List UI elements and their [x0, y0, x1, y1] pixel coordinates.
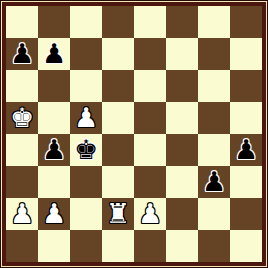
white-rook[interactable]: ♜: [106, 198, 130, 230]
black-pawn[interactable]: ♟: [42, 38, 66, 70]
square-b2[interactable]: ♟: [38, 198, 70, 230]
square-b4[interactable]: ♟: [38, 134, 70, 166]
square-a3[interactable]: [6, 166, 38, 198]
square-e3[interactable]: [134, 166, 166, 198]
square-f8[interactable]: [166, 6, 198, 38]
square-g6[interactable]: [198, 70, 230, 102]
square-g8[interactable]: [198, 6, 230, 38]
square-a1[interactable]: [6, 230, 38, 262]
black-pawn[interactable]: ♟: [42, 134, 66, 166]
square-e6[interactable]: [134, 70, 166, 102]
square-e4[interactable]: [134, 134, 166, 166]
square-c4[interactable]: ♚: [70, 134, 102, 166]
white-pawn[interactable]: ♟: [138, 198, 162, 230]
square-d4[interactable]: [102, 134, 134, 166]
square-h3[interactable]: [230, 166, 262, 198]
square-g4[interactable]: [198, 134, 230, 166]
square-a7[interactable]: ♟: [6, 38, 38, 70]
square-c5[interactable]: ♟: [70, 102, 102, 134]
square-h1[interactable]: [230, 230, 262, 262]
square-b1[interactable]: [38, 230, 70, 262]
black-pawn[interactable]: ♟: [202, 166, 226, 198]
square-d2[interactable]: ♜: [102, 198, 134, 230]
square-b5[interactable]: [38, 102, 70, 134]
square-e8[interactable]: [134, 6, 166, 38]
square-f7[interactable]: [166, 38, 198, 70]
square-c6[interactable]: [70, 70, 102, 102]
square-d8[interactable]: [102, 6, 134, 38]
square-d3[interactable]: [102, 166, 134, 198]
square-c8[interactable]: [70, 6, 102, 38]
white-pawn[interactable]: ♟: [74, 102, 98, 134]
white-king[interactable]: ♚: [10, 102, 34, 134]
black-pawn[interactable]: ♟: [10, 38, 34, 70]
square-c2[interactable]: [70, 198, 102, 230]
white-pawn[interactable]: ♟: [10, 198, 34, 230]
square-e5[interactable]: [134, 102, 166, 134]
square-g7[interactable]: [198, 38, 230, 70]
square-h4[interactable]: ♟: [230, 134, 262, 166]
square-c1[interactable]: [70, 230, 102, 262]
square-d1[interactable]: [102, 230, 134, 262]
square-g1[interactable]: [198, 230, 230, 262]
square-f4[interactable]: [166, 134, 198, 166]
square-b7[interactable]: ♟: [38, 38, 70, 70]
square-a5[interactable]: ♚: [6, 102, 38, 134]
square-e2[interactable]: ♟: [134, 198, 166, 230]
chess-board: ♟♟♚♟♟♚♟♟♟♟♜♟: [6, 6, 262, 262]
square-f3[interactable]: [166, 166, 198, 198]
black-pawn[interactable]: ♟: [234, 134, 258, 166]
square-f6[interactable]: [166, 70, 198, 102]
square-d5[interactable]: [102, 102, 134, 134]
square-b6[interactable]: [38, 70, 70, 102]
square-g5[interactable]: [198, 102, 230, 134]
square-f1[interactable]: [166, 230, 198, 262]
square-e1[interactable]: [134, 230, 166, 262]
square-a4[interactable]: [6, 134, 38, 166]
square-d6[interactable]: [102, 70, 134, 102]
square-a2[interactable]: ♟: [6, 198, 38, 230]
square-g3[interactable]: ♟: [198, 166, 230, 198]
square-h2[interactable]: [230, 198, 262, 230]
square-c7[interactable]: [70, 38, 102, 70]
square-h5[interactable]: [230, 102, 262, 134]
square-h6[interactable]: [230, 70, 262, 102]
black-king[interactable]: ♚: [74, 134, 98, 166]
square-g2[interactable]: [198, 198, 230, 230]
square-f2[interactable]: [166, 198, 198, 230]
white-pawn[interactable]: ♟: [42, 198, 66, 230]
chess-board-frame: ♟♟♚♟♟♚♟♟♟♟♜♟: [0, 0, 268, 268]
square-f5[interactable]: [166, 102, 198, 134]
square-b3[interactable]: [38, 166, 70, 198]
square-a8[interactable]: [6, 6, 38, 38]
square-c3[interactable]: [70, 166, 102, 198]
square-h7[interactable]: [230, 38, 262, 70]
square-d7[interactable]: [102, 38, 134, 70]
square-a6[interactable]: [6, 70, 38, 102]
square-b8[interactable]: [38, 6, 70, 38]
square-e7[interactable]: [134, 38, 166, 70]
square-h8[interactable]: [230, 6, 262, 38]
